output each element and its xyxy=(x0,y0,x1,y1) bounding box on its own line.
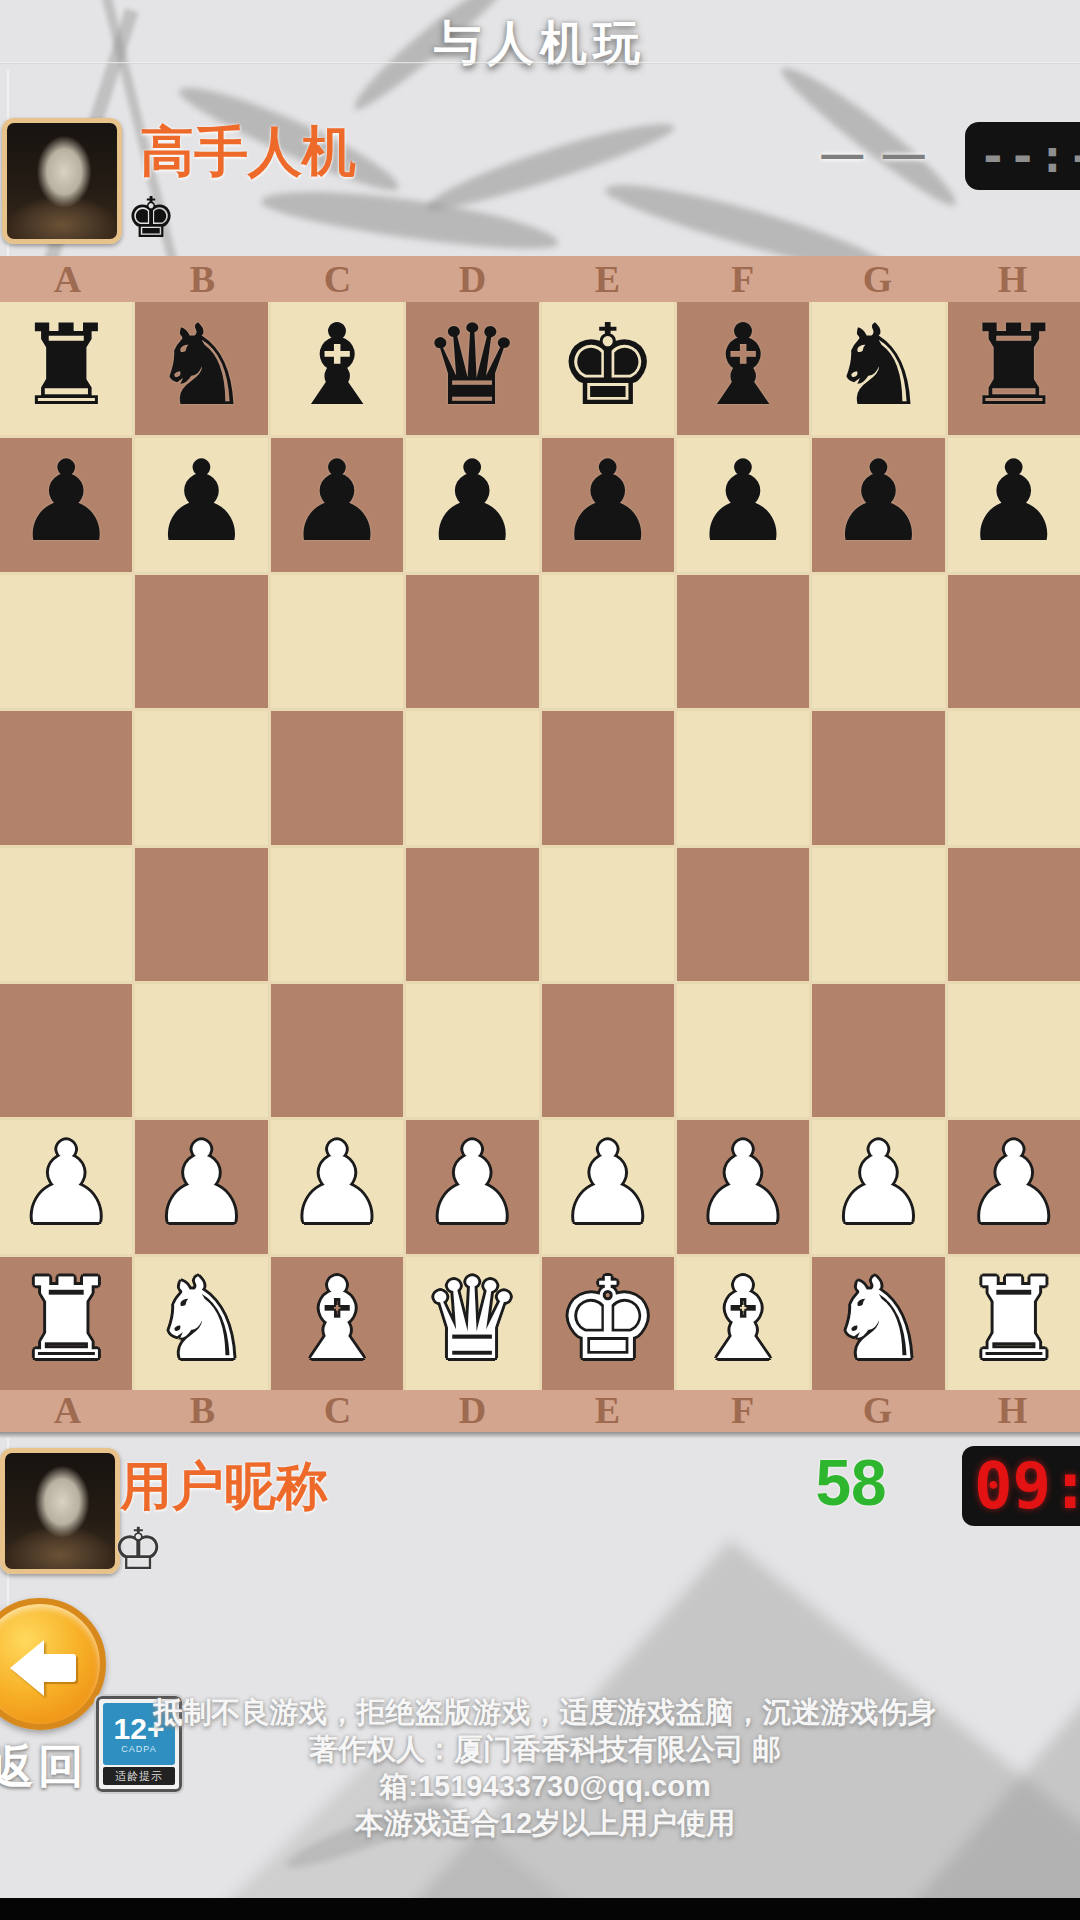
piece-white-knight: ♞ xyxy=(151,1263,251,1375)
back-arrow-icon xyxy=(10,1640,44,1696)
square-c1[interactable]: ♝ xyxy=(271,1257,403,1390)
square-f6[interactable] xyxy=(677,575,809,708)
piece-black-rook: ♜ xyxy=(964,309,1064,421)
piece-white-knight: ♞ xyxy=(828,1263,928,1375)
file-labels-top: ABCDEFGH xyxy=(0,256,1080,302)
square-h1[interactable]: ♜ xyxy=(948,1257,1080,1390)
square-e2[interactable]: ♟ xyxy=(542,1120,674,1253)
piece-white-pawn: ♟ xyxy=(287,1127,387,1239)
white-king-icon: ♔ xyxy=(112,1520,164,1578)
file-label-f: F xyxy=(675,1390,810,1432)
black-king-icon: ♚ xyxy=(126,190,176,246)
square-a7[interactable]: ♟ xyxy=(0,438,132,571)
page-title: 与人机玩 xyxy=(0,12,1080,75)
piece-black-knight: ♞ xyxy=(828,309,928,421)
square-f7[interactable]: ♟ xyxy=(677,438,809,571)
piece-white-pawn: ♟ xyxy=(557,1127,657,1239)
piece-white-pawn: ♟ xyxy=(422,1127,522,1239)
square-c4[interactable] xyxy=(271,848,403,981)
piece-black-bishop: ♝ xyxy=(693,309,793,421)
top-player-score: — — xyxy=(810,130,940,178)
square-b2[interactable]: ♟ xyxy=(135,1120,267,1253)
square-b6[interactable] xyxy=(135,575,267,708)
square-b1[interactable]: ♞ xyxy=(135,1257,267,1390)
file-label-f: F xyxy=(675,256,810,302)
piece-white-rook: ♜ xyxy=(16,1263,116,1375)
square-c7[interactable]: ♟ xyxy=(271,438,403,571)
piece-black-queen: ♛ xyxy=(422,309,522,421)
piece-black-pawn: ♟ xyxy=(422,445,522,557)
square-g5[interactable] xyxy=(812,711,944,844)
square-d1[interactable]: ♛ xyxy=(406,1257,538,1390)
square-e7[interactable]: ♟ xyxy=(542,438,674,571)
square-d2[interactable]: ♟ xyxy=(406,1120,538,1253)
square-d3[interactable] xyxy=(406,984,538,1117)
header-divider xyxy=(0,62,1080,64)
back-button-label: 返回 xyxy=(0,1736,88,1798)
square-d7[interactable]: ♟ xyxy=(406,438,538,571)
square-b4[interactable] xyxy=(135,848,267,981)
square-e6[interactable] xyxy=(542,575,674,708)
bottom-player-clock: 09:5 xyxy=(962,1446,1080,1526)
square-h4[interactable] xyxy=(948,848,1080,981)
square-g3[interactable] xyxy=(812,984,944,1117)
square-c6[interactable] xyxy=(271,575,403,708)
square-h7[interactable]: ♟ xyxy=(948,438,1080,571)
file-label-d: D xyxy=(405,256,540,302)
square-h8[interactable]: ♜ xyxy=(948,302,1080,435)
square-e3[interactable] xyxy=(542,984,674,1117)
file-label-h: H xyxy=(945,256,1080,302)
piece-white-pawn: ♟ xyxy=(151,1127,251,1239)
square-h2[interactable]: ♟ xyxy=(948,1120,1080,1253)
square-g7[interactable]: ♟ xyxy=(812,438,944,571)
square-b8[interactable]: ♞ xyxy=(135,302,267,435)
piece-white-pawn: ♟ xyxy=(693,1127,793,1239)
file-label-b: B xyxy=(135,256,270,302)
square-c2[interactable]: ♟ xyxy=(271,1120,403,1253)
square-f3[interactable] xyxy=(677,984,809,1117)
piece-black-pawn: ♟ xyxy=(964,445,1064,557)
square-a3[interactable] xyxy=(0,984,132,1117)
square-h3[interactable] xyxy=(948,984,1080,1117)
square-a5[interactable] xyxy=(0,711,132,844)
square-d8[interactable]: ♛ xyxy=(406,302,538,435)
bottom-player-name: 用户昵称 xyxy=(120,1452,328,1522)
chess-board: ABCDEFGH ♜♞♝♛♚♝♞♜♟♟♟♟♟♟♟♟♟♟♟♟♟♟♟♟♜♞♝♛♚♝♞… xyxy=(0,256,1080,1432)
square-g1[interactable]: ♞ xyxy=(812,1257,944,1390)
square-b5[interactable] xyxy=(135,711,267,844)
piece-white-bishop: ♝ xyxy=(287,1263,387,1375)
piece-white-queen: ♛ xyxy=(422,1263,522,1375)
piece-black-pawn: ♟ xyxy=(828,445,928,557)
piece-white-pawn: ♟ xyxy=(16,1127,116,1239)
piece-white-king: ♚ xyxy=(557,1263,657,1375)
bottom-system-bar xyxy=(0,1898,1080,1920)
top-player-clock: --:-- xyxy=(965,122,1080,190)
square-f4[interactable] xyxy=(677,848,809,981)
square-e8[interactable]: ♚ xyxy=(542,302,674,435)
square-d6[interactable] xyxy=(406,575,538,708)
square-g8[interactable]: ♞ xyxy=(812,302,944,435)
top-player-name: 高手人机 xyxy=(140,116,356,189)
file-label-a: A xyxy=(0,1390,135,1432)
square-f5[interactable] xyxy=(677,711,809,844)
piece-white-rook: ♜ xyxy=(964,1263,1064,1375)
square-e1[interactable]: ♚ xyxy=(542,1257,674,1390)
square-f2[interactable]: ♟ xyxy=(677,1120,809,1253)
piece-black-pawn: ♟ xyxy=(287,445,387,557)
file-labels-bottom: ABCDEFGH xyxy=(0,1390,1080,1432)
square-b7[interactable]: ♟ xyxy=(135,438,267,571)
file-label-e: E xyxy=(540,256,675,302)
square-g4[interactable] xyxy=(812,848,944,981)
bottom-player-avatar[interactable] xyxy=(0,1448,120,1574)
square-e4[interactable] xyxy=(542,848,674,981)
square-f8[interactable]: ♝ xyxy=(677,302,809,435)
file-label-a: A xyxy=(0,256,135,302)
board-bottom-divider xyxy=(0,1432,1080,1438)
square-e5[interactable] xyxy=(542,711,674,844)
square-a1[interactable]: ♜ xyxy=(0,1257,132,1390)
disclaimer-line-2: 著作权人：厦门香香科技有限公司 邮箱:1519433730@qq.com xyxy=(150,1731,940,1805)
square-f1[interactable]: ♝ xyxy=(677,1257,809,1390)
piece-black-pawn: ♟ xyxy=(693,445,793,557)
square-c5[interactable] xyxy=(271,711,403,844)
square-c3[interactable] xyxy=(271,984,403,1117)
file-label-e: E xyxy=(540,1390,675,1432)
file-label-c: C xyxy=(270,1390,405,1432)
square-c8[interactable]: ♝ xyxy=(271,302,403,435)
square-d5[interactable] xyxy=(406,711,538,844)
piece-black-bishop: ♝ xyxy=(287,309,387,421)
square-d4[interactable] xyxy=(406,848,538,981)
piece-black-pawn: ♟ xyxy=(151,445,251,557)
back-arrow-icon-tail xyxy=(42,1654,76,1682)
file-label-g: G xyxy=(810,256,945,302)
square-a8[interactable]: ♜ xyxy=(0,302,132,435)
piece-white-bishop: ♝ xyxy=(693,1263,793,1375)
square-b3[interactable] xyxy=(135,984,267,1117)
bottom-player-score: 58 xyxy=(796,1446,906,1520)
background-bamboo-leaf xyxy=(259,179,561,258)
piece-white-pawn: ♟ xyxy=(828,1127,928,1239)
file-label-g: G xyxy=(810,1390,945,1432)
piece-black-king: ♚ xyxy=(557,309,657,421)
file-label-d: D xyxy=(405,1390,540,1432)
back-button[interactable] xyxy=(0,1598,106,1730)
square-a2[interactable]: ♟ xyxy=(0,1120,132,1253)
piece-black-knight: ♞ xyxy=(151,309,251,421)
board-squares: ♜♞♝♛♚♝♞♜♟♟♟♟♟♟♟♟♟♟♟♟♟♟♟♟♜♞♝♛♚♝♞♜ xyxy=(0,302,1080,1390)
disclaimer-text: 抵制不良游戏，拒绝盗版游戏，适度游戏益脑，沉迷游戏伤身 著作权人：厦门香香科技有… xyxy=(150,1694,940,1842)
square-g2[interactable]: ♟ xyxy=(812,1120,944,1253)
game-screen: 与人机玩 高手人机 ♚ — — --:-- ABCDEFGH ♜♞♝♛♚♝♞♜♟… xyxy=(0,0,1080,1920)
square-a4[interactable] xyxy=(0,848,132,981)
file-label-b: B xyxy=(135,1390,270,1432)
file-label-h: H xyxy=(945,1390,1080,1432)
piece-black-pawn: ♟ xyxy=(557,445,657,557)
square-g6[interactable] xyxy=(812,575,944,708)
piece-black-rook: ♜ xyxy=(16,309,116,421)
piece-white-pawn: ♟ xyxy=(964,1127,1064,1239)
disclaimer-line-1: 抵制不良游戏，拒绝盗版游戏，适度游戏益脑，沉迷游戏伤身 xyxy=(150,1694,940,1731)
disclaimer-line-3: 本游戏适合12岁以上用户使用 xyxy=(150,1805,940,1842)
square-h5[interactable] xyxy=(948,711,1080,844)
piece-black-pawn: ♟ xyxy=(16,445,116,557)
file-label-c: C xyxy=(270,256,405,302)
square-a6[interactable] xyxy=(0,575,132,708)
top-player-avatar[interactable] xyxy=(2,118,122,244)
background-bamboo-leaf xyxy=(422,111,679,220)
square-h6[interactable] xyxy=(948,575,1080,708)
